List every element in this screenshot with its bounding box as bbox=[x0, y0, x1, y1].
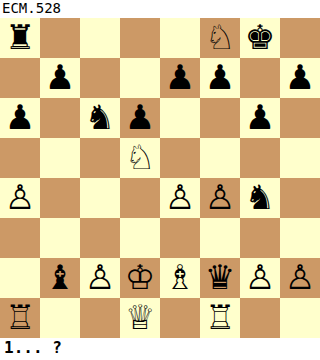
black-pawn-b7: ♟ bbox=[45, 57, 75, 97]
white-rook-a1: ♖ bbox=[5, 297, 35, 337]
white-pawn-f4: ♙ bbox=[205, 177, 235, 217]
black-bishop-b2: ♝ bbox=[45, 257, 75, 297]
square-b6[interactable] bbox=[40, 98, 80, 138]
square-b2[interactable]: ♝ bbox=[40, 258, 80, 298]
white-knight-d5: ♘ bbox=[125, 137, 155, 177]
square-f5[interactable] bbox=[200, 138, 240, 178]
white-pawn-a4: ♙ bbox=[5, 177, 35, 217]
square-c5[interactable] bbox=[80, 138, 120, 178]
square-h1[interactable] bbox=[280, 298, 320, 338]
square-e6[interactable] bbox=[160, 98, 200, 138]
white-king-d2: ♔ bbox=[125, 257, 155, 297]
black-pawn-e7: ♟ bbox=[165, 57, 195, 97]
square-c7[interactable] bbox=[80, 58, 120, 98]
square-f4[interactable]: ♙ bbox=[200, 178, 240, 218]
square-a8[interactable]: ♜ bbox=[0, 18, 40, 58]
square-g7[interactable] bbox=[240, 58, 280, 98]
square-a2[interactable] bbox=[0, 258, 40, 298]
black-pawn-f7: ♟ bbox=[205, 57, 235, 97]
move-prompt: 1... ? bbox=[0, 338, 320, 360]
square-a6[interactable]: ♟ bbox=[0, 98, 40, 138]
square-d7[interactable] bbox=[120, 58, 160, 98]
square-g1[interactable] bbox=[240, 298, 280, 338]
square-b1[interactable] bbox=[40, 298, 80, 338]
black-knight-g4: ♞ bbox=[245, 177, 275, 217]
square-e7[interactable]: ♟ bbox=[160, 58, 200, 98]
square-a1[interactable]: ♖ bbox=[0, 298, 40, 338]
square-h8[interactable] bbox=[280, 18, 320, 58]
square-d6[interactable]: ♟ bbox=[120, 98, 160, 138]
square-h5[interactable] bbox=[280, 138, 320, 178]
square-a7[interactable] bbox=[0, 58, 40, 98]
black-rook-a8: ♜ bbox=[5, 17, 35, 57]
black-knight-c6: ♞ bbox=[85, 97, 115, 137]
square-b8[interactable] bbox=[40, 18, 80, 58]
white-pawn-c2: ♙ bbox=[85, 257, 115, 297]
white-bishop-e2: ♗ bbox=[165, 257, 195, 297]
square-g8[interactable]: ♚ bbox=[240, 18, 280, 58]
square-a5[interactable] bbox=[0, 138, 40, 178]
white-pawn-e4: ♙ bbox=[165, 177, 195, 217]
square-h6[interactable] bbox=[280, 98, 320, 138]
square-h7[interactable]: ♟ bbox=[280, 58, 320, 98]
chess-board: ♜♘♚♟♟♟♟♟♞♟♟♘♙♙♙♞♝♙♔♗♛♙♙♖♕♖ bbox=[0, 18, 320, 338]
square-d8[interactable] bbox=[120, 18, 160, 58]
square-f8[interactable]: ♘ bbox=[200, 18, 240, 58]
square-c1[interactable] bbox=[80, 298, 120, 338]
square-a4[interactable]: ♙ bbox=[0, 178, 40, 218]
square-b5[interactable] bbox=[40, 138, 80, 178]
square-c3[interactable] bbox=[80, 218, 120, 258]
square-g5[interactable] bbox=[240, 138, 280, 178]
square-c8[interactable] bbox=[80, 18, 120, 58]
white-pawn-g2: ♙ bbox=[245, 257, 275, 297]
square-d4[interactable] bbox=[120, 178, 160, 218]
square-e3[interactable] bbox=[160, 218, 200, 258]
square-d5[interactable]: ♘ bbox=[120, 138, 160, 178]
square-f3[interactable] bbox=[200, 218, 240, 258]
white-pawn-h2: ♙ bbox=[285, 257, 315, 297]
square-h2[interactable]: ♙ bbox=[280, 258, 320, 298]
square-f7[interactable]: ♟ bbox=[200, 58, 240, 98]
puzzle-title: ECM.528 bbox=[0, 0, 320, 18]
square-e1[interactable] bbox=[160, 298, 200, 338]
black-queen-f2: ♛ bbox=[205, 257, 235, 297]
square-c2[interactable]: ♙ bbox=[80, 258, 120, 298]
square-h4[interactable] bbox=[280, 178, 320, 218]
white-rook-f1: ♖ bbox=[205, 297, 235, 337]
square-h3[interactable] bbox=[280, 218, 320, 258]
square-a3[interactable] bbox=[0, 218, 40, 258]
square-b3[interactable] bbox=[40, 218, 80, 258]
square-c4[interactable] bbox=[80, 178, 120, 218]
square-e8[interactable] bbox=[160, 18, 200, 58]
square-f2[interactable]: ♛ bbox=[200, 258, 240, 298]
black-pawn-h7: ♟ bbox=[285, 57, 315, 97]
square-g2[interactable]: ♙ bbox=[240, 258, 280, 298]
square-d1[interactable]: ♕ bbox=[120, 298, 160, 338]
square-d3[interactable] bbox=[120, 218, 160, 258]
square-f1[interactable]: ♖ bbox=[200, 298, 240, 338]
square-g3[interactable] bbox=[240, 218, 280, 258]
black-king-g8: ♚ bbox=[245, 17, 275, 57]
square-b4[interactable] bbox=[40, 178, 80, 218]
square-c6[interactable]: ♞ bbox=[80, 98, 120, 138]
square-b7[interactable]: ♟ bbox=[40, 58, 80, 98]
square-e2[interactable]: ♗ bbox=[160, 258, 200, 298]
square-e4[interactable]: ♙ bbox=[160, 178, 200, 218]
black-pawn-d6: ♟ bbox=[125, 97, 155, 137]
square-e5[interactable] bbox=[160, 138, 200, 178]
black-pawn-g6: ♟ bbox=[245, 97, 275, 137]
white-queen-d1: ♕ bbox=[125, 297, 155, 337]
square-f6[interactable] bbox=[200, 98, 240, 138]
chess-app: ECM.528 ♜♘♚♟♟♟♟♟♞♟♟♘♙♙♙♞♝♙♔♗♛♙♙♖♕♖ 1... … bbox=[0, 0, 320, 360]
white-knight-f8: ♘ bbox=[205, 17, 235, 57]
square-g4[interactable]: ♞ bbox=[240, 178, 280, 218]
square-d2[interactable]: ♔ bbox=[120, 258, 160, 298]
square-g6[interactable]: ♟ bbox=[240, 98, 280, 138]
black-pawn-a6: ♟ bbox=[5, 97, 35, 137]
